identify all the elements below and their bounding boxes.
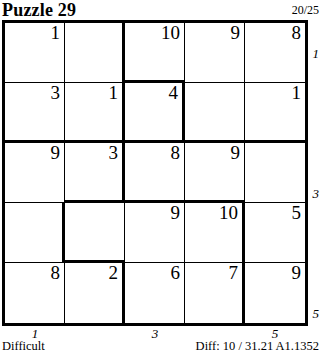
page-footer: Difficult Diff: 10 / 31.21 A1.1352	[2, 339, 319, 353]
cell-value: 9	[231, 23, 241, 43]
cell-value: 3	[51, 83, 61, 103]
cell-value: 9	[51, 143, 61, 163]
cell-value: 2	[109, 263, 119, 283]
cell-value: 10	[219, 203, 238, 223]
cell-value: 8	[292, 23, 302, 43]
cell-r3c1[interactable]: 9	[5, 143, 65, 203]
cell-r4c3[interactable]: 9	[125, 203, 185, 263]
cell-value: 8	[51, 263, 61, 283]
cell-r3c5[interactable]	[245, 143, 305, 203]
puzzle-grid: 1 10 9 8 3 1 4 1 9 3 8 9 9 10 5 8 2 6 7 …	[2, 20, 308, 326]
cell-r1c5[interactable]: 8	[245, 23, 305, 83]
difficulty-label: Difficult	[2, 340, 45, 353]
cell-value: 9	[231, 143, 241, 163]
cell-value: 4	[169, 83, 179, 103]
cell-r3c3[interactable]: 8	[125, 143, 185, 203]
cell-r5c5[interactable]: 9	[245, 263, 305, 323]
cell-r1c4[interactable]: 9	[185, 23, 245, 83]
difficulty-stats: Diff: 10 / 31.21 A1.1352	[196, 340, 319, 353]
cell-r1c3[interactable]: 10	[125, 23, 185, 83]
cell-value: 9	[292, 263, 302, 283]
page-header: Puzzle 29 20/25	[2, 0, 319, 20]
cell-r5c1[interactable]: 8	[5, 263, 65, 323]
cell-value: 1	[292, 83, 302, 103]
cell-r1c2[interactable]	[65, 23, 125, 83]
cell-r1c1[interactable]: 1	[5, 23, 65, 83]
cell-r2c3[interactable]: 4	[125, 83, 185, 143]
cell-value: 9	[171, 203, 181, 223]
row-label-1: 1	[313, 47, 320, 60]
cell-value: 1	[51, 23, 61, 43]
cell-r3c2[interactable]: 3	[65, 143, 125, 203]
puzzle-counter: 20/25	[292, 4, 319, 16]
cell-r2c2[interactable]: 1	[65, 83, 125, 143]
row-label-5: 5	[313, 307, 320, 320]
cell-r2c5[interactable]: 1	[245, 83, 305, 143]
row-label-3: 3	[313, 187, 320, 200]
cell-value: 3	[109, 143, 119, 163]
cell-r2c1[interactable]: 3	[5, 83, 65, 143]
cell-value: 7	[229, 263, 239, 283]
cell-r4c5[interactable]: 5	[245, 203, 305, 263]
cell-r4c4[interactable]: 10	[185, 203, 245, 263]
page-title: Puzzle 29	[2, 0, 319, 20]
cell-r5c4[interactable]: 7	[185, 263, 245, 323]
cell-r4c2[interactable]	[65, 203, 125, 263]
cell-value: 1	[109, 83, 119, 103]
cell-value: 8	[171, 143, 181, 163]
cell-r2c4[interactable]	[185, 83, 245, 143]
cell-value: 6	[171, 263, 181, 283]
cell-r5c3[interactable]: 6	[125, 263, 185, 323]
cell-r4c1[interactable]	[5, 203, 65, 263]
cell-r5c2[interactable]: 2	[65, 263, 125, 323]
cell-r3c4[interactable]: 9	[185, 143, 245, 203]
cell-value: 10	[161, 23, 180, 43]
cell-value: 5	[292, 203, 302, 223]
